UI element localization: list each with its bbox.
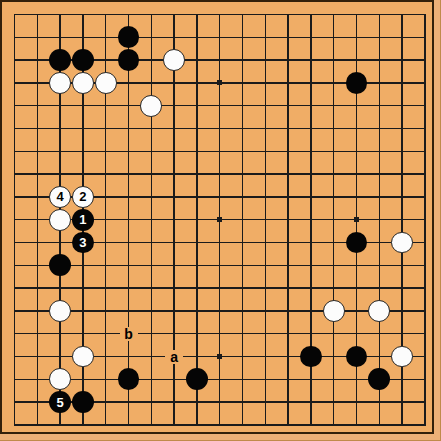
grid-line-horizontal [14,265,426,266]
stone-black [368,368,390,390]
grid-line-vertical [287,14,288,426]
stone-black [118,368,140,390]
stone-white [49,368,71,390]
stone-white [323,300,345,322]
grid-line-vertical [379,14,380,426]
go-board: ab42135 [0,0,434,434]
grid-line-horizontal [14,424,426,425]
star-point [217,80,222,85]
stone-white [391,346,413,368]
star-point [217,217,222,222]
move-number: 5 [56,396,63,409]
stone-black-move-5: 5 [49,391,71,413]
stone-black-move-1: 1 [72,209,94,231]
stone-black [72,391,94,413]
grid-line-horizontal [14,333,426,334]
stone-black [49,49,71,71]
stone-white-move-4: 4 [49,186,71,208]
stone-black [118,26,140,48]
point-label-a: a [165,350,183,364]
stone-black [186,368,208,390]
stone-white [368,300,390,322]
stone-black [346,232,368,254]
stone-black-move-3: 3 [72,232,94,254]
go-diagram: ab42135 [0,0,441,441]
stone-white-move-2: 2 [72,186,94,208]
grid-line-horizontal [14,379,426,380]
grid-line-horizontal [14,287,426,288]
stone-white [72,346,94,368]
grid-line-vertical [333,14,334,426]
stone-black [346,346,368,368]
stone-black [72,49,94,71]
star-point [354,217,359,222]
stone-black [118,49,140,71]
point-label-b: b [120,327,138,341]
stone-white [140,95,162,117]
stone-white [163,49,185,71]
stone-black [49,254,71,276]
move-number: 3 [79,236,86,249]
stone-black [300,346,322,368]
move-number: 2 [79,190,86,203]
stone-white [72,72,94,94]
stone-white [391,232,413,254]
stone-black [346,72,368,94]
stone-white [49,209,71,231]
grid-line-vertical [265,14,266,426]
move-number: 4 [56,190,63,203]
stone-white [49,72,71,94]
stone-white [49,300,71,322]
star-point [217,354,222,359]
grid-line-vertical [242,14,243,426]
move-number: 1 [79,213,86,226]
grid-line-vertical [424,14,425,426]
grid-line-horizontal [14,310,426,311]
stone-white [95,72,117,94]
